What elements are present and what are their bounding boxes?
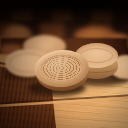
vignette-overlay — [0, 0, 128, 128]
photo-stage — [0, 0, 128, 128]
